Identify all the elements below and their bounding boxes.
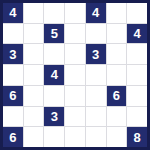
cell-r4c6[interactable]	[107, 65, 127, 85]
puzzle-grid: 445433466368	[3, 3, 147, 147]
cell-r5c7[interactable]	[127, 86, 147, 106]
cell-r3c1: 3	[3, 44, 23, 64]
cell-r4c2[interactable]	[24, 65, 44, 85]
cell-r2c7: 4	[127, 24, 147, 44]
cell-r6c5[interactable]	[86, 107, 106, 127]
cell-r4c1[interactable]	[3, 65, 23, 85]
cell-r2c6[interactable]	[107, 24, 127, 44]
cell-r5c5[interactable]	[86, 86, 106, 106]
cell-r4c5[interactable]	[86, 65, 106, 85]
cell-r7c3[interactable]	[44, 127, 64, 147]
cell-r1c7[interactable]	[127, 3, 147, 23]
cell-r5c4[interactable]	[65, 86, 85, 106]
cell-r1c4[interactable]	[65, 3, 85, 23]
cell-r5c1: 6	[3, 86, 23, 106]
cell-r7c5[interactable]	[86, 127, 106, 147]
cell-r3c7[interactable]	[127, 44, 147, 64]
cell-r6c6[interactable]	[107, 107, 127, 127]
cell-r1c1: 4	[3, 3, 23, 23]
cell-r5c6: 6	[107, 86, 127, 106]
cell-r3c4[interactable]	[65, 44, 85, 64]
cell-r4c4[interactable]	[65, 65, 85, 85]
cell-r4c7[interactable]	[127, 65, 147, 85]
cell-r2c1[interactable]	[3, 24, 23, 44]
cell-r5c2[interactable]	[24, 86, 44, 106]
cell-r2c2[interactable]	[24, 24, 44, 44]
cell-r7c4[interactable]	[65, 127, 85, 147]
cell-r6c3: 3	[44, 107, 64, 127]
cell-r1c2[interactable]	[24, 3, 44, 23]
cell-r6c7[interactable]	[127, 107, 147, 127]
cell-r1c5: 4	[86, 3, 106, 23]
cell-r2c3: 5	[44, 24, 64, 44]
cell-r7c6[interactable]	[107, 127, 127, 147]
cell-r6c1[interactable]	[3, 107, 23, 127]
cell-r2c5[interactable]	[86, 24, 106, 44]
cell-r3c6[interactable]	[107, 44, 127, 64]
cell-r7c2[interactable]	[24, 127, 44, 147]
cell-r4c3: 4	[44, 65, 64, 85]
cell-r2c4[interactable]	[65, 24, 85, 44]
puzzle-board: 445433466368	[0, 0, 150, 150]
cell-r6c4[interactable]	[65, 107, 85, 127]
cell-r3c2[interactable]	[24, 44, 44, 64]
cell-r3c3[interactable]	[44, 44, 64, 64]
cell-r7c1: 6	[3, 127, 23, 147]
cell-r5c3[interactable]	[44, 86, 64, 106]
cell-r3c5: 3	[86, 44, 106, 64]
cell-r1c3[interactable]	[44, 3, 64, 23]
cell-r1c6[interactable]	[107, 3, 127, 23]
cell-r6c2[interactable]	[24, 107, 44, 127]
cell-r7c7: 8	[127, 127, 147, 147]
